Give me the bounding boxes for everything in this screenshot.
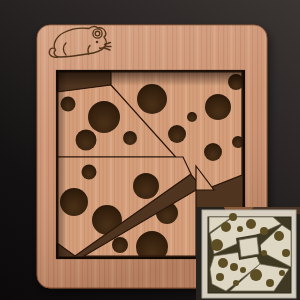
inset-cheese-hole [282, 249, 290, 257]
cheese-hole [60, 188, 88, 216]
inset-cheese-hole [216, 273, 224, 281]
cheese-hole [112, 237, 128, 253]
inset-cheese-hole [237, 226, 243, 232]
photo-of-cheese-puzzle [0, 0, 300, 300]
inset-cheese-hole [230, 263, 238, 271]
cheese-hole [205, 94, 231, 120]
cheese-hole [187, 112, 197, 122]
inset-cheese-hole [279, 270, 285, 276]
puzzle-scene [0, 0, 300, 300]
inset-cheese-hole [240, 267, 246, 273]
inset-cheese-hole [260, 227, 268, 235]
inset-cheese-hole [246, 219, 256, 229]
inset-cheese-hole [229, 213, 237, 221]
cheese-hole [133, 173, 159, 199]
inset-cheese-hole [250, 269, 262, 281]
inset-cheese-hole [274, 231, 284, 241]
inset-cheese-hole [211, 239, 223, 251]
cheese-hole [137, 84, 167, 114]
inset-cheese-hole [221, 222, 231, 232]
cheese-hole [88, 101, 120, 133]
inset-cheese-hole [233, 280, 239, 286]
cheese-hole [204, 143, 222, 161]
cheese-hole [82, 165, 97, 180]
cheese-hole [76, 130, 97, 151]
inset-cheese-hole [266, 279, 274, 287]
inset-cheese-hole [261, 250, 267, 256]
cheese-hole [61, 97, 76, 112]
cheese-hole [123, 131, 137, 145]
inset-photo [196, 207, 300, 300]
cheese-hole [168, 125, 186, 143]
inset-cheese-hole [218, 258, 228, 268]
